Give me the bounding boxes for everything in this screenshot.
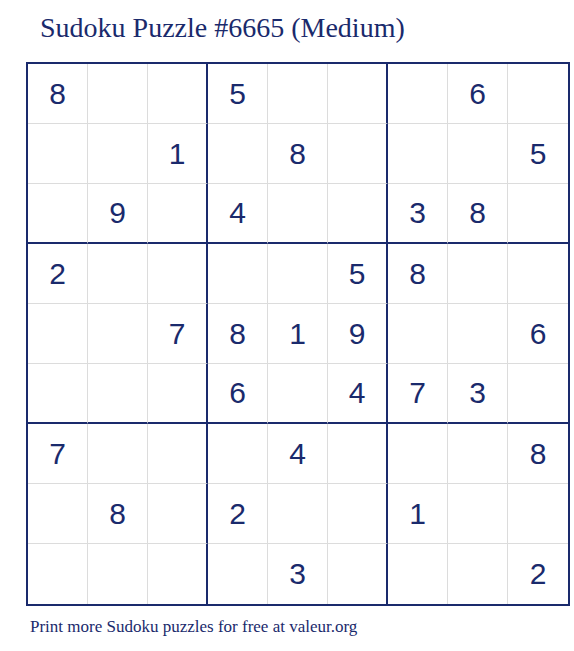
sudoku-cell-r6c8[interactable]: 3 — [448, 364, 508, 424]
sudoku-cell-r2c8[interactable] — [448, 124, 508, 184]
sudoku-cell-r9c8[interactable] — [448, 544, 508, 604]
sudoku-cell-r7c6[interactable] — [328, 424, 388, 484]
sudoku-cell-r1c1[interactable]: 8 — [28, 64, 88, 124]
sudoku-cell-r4c6[interactable]: 5 — [328, 244, 388, 304]
sudoku-cell-r8c4[interactable]: 2 — [208, 484, 268, 544]
sudoku-cell-r4c9[interactable] — [508, 244, 568, 304]
sudoku-cell-r1c4[interactable]: 5 — [208, 64, 268, 124]
sudoku-cell-r3c9[interactable] — [508, 184, 568, 244]
sudoku-cell-r9c9[interactable]: 2 — [508, 544, 568, 604]
sudoku-cell-r3c3[interactable] — [148, 184, 208, 244]
sudoku-cell-r5c2[interactable] — [88, 304, 148, 364]
sudoku-cell-r8c8[interactable] — [448, 484, 508, 544]
sudoku-cell-r3c5[interactable] — [268, 184, 328, 244]
sudoku-cell-r9c1[interactable] — [28, 544, 88, 604]
sudoku-print-page: Sudoku Puzzle #6665 (Medium) 85618594382… — [0, 0, 574, 651]
sudoku-cell-r4c8[interactable] — [448, 244, 508, 304]
puzzle-title: Sudoku Puzzle #6665 (Medium) — [40, 12, 405, 44]
sudoku-cell-r6c2[interactable] — [88, 364, 148, 424]
sudoku-cell-r3c6[interactable] — [328, 184, 388, 244]
sudoku-cell-r2c2[interactable] — [88, 124, 148, 184]
sudoku-cell-r7c1[interactable]: 7 — [28, 424, 88, 484]
sudoku-cell-r3c4[interactable]: 4 — [208, 184, 268, 244]
sudoku-cell-r7c4[interactable] — [208, 424, 268, 484]
sudoku-cell-r4c7[interactable]: 8 — [388, 244, 448, 304]
sudoku-cell-r3c2[interactable]: 9 — [88, 184, 148, 244]
sudoku-cell-r5c5[interactable]: 1 — [268, 304, 328, 364]
sudoku-cell-r6c5[interactable] — [268, 364, 328, 424]
sudoku-cell-r3c7[interactable]: 3 — [388, 184, 448, 244]
sudoku-cell-r5c4[interactable]: 8 — [208, 304, 268, 364]
sudoku-cell-r5c7[interactable] — [388, 304, 448, 364]
sudoku-cell-r8c2[interactable]: 8 — [88, 484, 148, 544]
sudoku-cell-r5c1[interactable] — [28, 304, 88, 364]
sudoku-cell-r5c6[interactable]: 9 — [328, 304, 388, 364]
sudoku-cell-r9c5[interactable]: 3 — [268, 544, 328, 604]
sudoku-cell-r4c5[interactable] — [268, 244, 328, 304]
sudoku-cell-r6c7[interactable]: 7 — [388, 364, 448, 424]
sudoku-cell-r6c6[interactable]: 4 — [328, 364, 388, 424]
sudoku-cell-r3c8[interactable]: 8 — [448, 184, 508, 244]
sudoku-cell-r5c8[interactable] — [448, 304, 508, 364]
sudoku-cell-r2c7[interactable] — [388, 124, 448, 184]
sudoku-cell-r7c2[interactable] — [88, 424, 148, 484]
footer-text: Print more Sudoku puzzles for free at va… — [30, 617, 357, 637]
sudoku-cell-r1c8[interactable]: 6 — [448, 64, 508, 124]
sudoku-cell-r8c5[interactable] — [268, 484, 328, 544]
sudoku-cell-r6c1[interactable] — [28, 364, 88, 424]
sudoku-cell-r2c1[interactable] — [28, 124, 88, 184]
sudoku-cell-r7c3[interactable] — [148, 424, 208, 484]
sudoku-cell-r4c1[interactable]: 2 — [28, 244, 88, 304]
sudoku-cell-r5c9[interactable]: 6 — [508, 304, 568, 364]
sudoku-cell-r1c9[interactable] — [508, 64, 568, 124]
sudoku-cell-r6c9[interactable] — [508, 364, 568, 424]
sudoku-cell-r6c3[interactable] — [148, 364, 208, 424]
sudoku-cell-r7c7[interactable] — [388, 424, 448, 484]
sudoku-cell-r6c4[interactable]: 6 — [208, 364, 268, 424]
sudoku-cell-r7c9[interactable]: 8 — [508, 424, 568, 484]
sudoku-cell-r2c6[interactable] — [328, 124, 388, 184]
sudoku-cell-r1c2[interactable] — [88, 64, 148, 124]
sudoku-cell-r9c6[interactable] — [328, 544, 388, 604]
sudoku-cell-r2c9[interactable]: 5 — [508, 124, 568, 184]
sudoku-cell-r2c3[interactable]: 1 — [148, 124, 208, 184]
sudoku-cell-r4c4[interactable] — [208, 244, 268, 304]
sudoku-cell-r2c4[interactable] — [208, 124, 268, 184]
sudoku-cell-r4c2[interactable] — [88, 244, 148, 304]
sudoku-cell-r1c3[interactable] — [148, 64, 208, 124]
sudoku-cell-r8c3[interactable] — [148, 484, 208, 544]
sudoku-cell-r7c5[interactable]: 4 — [268, 424, 328, 484]
sudoku-cell-r9c3[interactable] — [148, 544, 208, 604]
sudoku-cell-r8c9[interactable] — [508, 484, 568, 544]
sudoku-cell-r5c3[interactable]: 7 — [148, 304, 208, 364]
sudoku-cell-r8c7[interactable]: 1 — [388, 484, 448, 544]
sudoku-cell-r4c3[interactable] — [148, 244, 208, 304]
sudoku-cell-r9c7[interactable] — [388, 544, 448, 604]
sudoku-cell-r3c1[interactable] — [28, 184, 88, 244]
sudoku-cell-r9c2[interactable] — [88, 544, 148, 604]
sudoku-cell-r1c5[interactable] — [268, 64, 328, 124]
sudoku-cell-r8c1[interactable] — [28, 484, 88, 544]
sudoku-cell-r7c8[interactable] — [448, 424, 508, 484]
sudoku-cell-r2c5[interactable]: 8 — [268, 124, 328, 184]
sudoku-grid: 856185943825878196647374882132 — [26, 62, 570, 606]
sudoku-cell-r9c4[interactable] — [208, 544, 268, 604]
sudoku-cell-r8c6[interactable] — [328, 484, 388, 544]
sudoku-cell-r1c6[interactable] — [328, 64, 388, 124]
sudoku-cell-r1c7[interactable] — [388, 64, 448, 124]
